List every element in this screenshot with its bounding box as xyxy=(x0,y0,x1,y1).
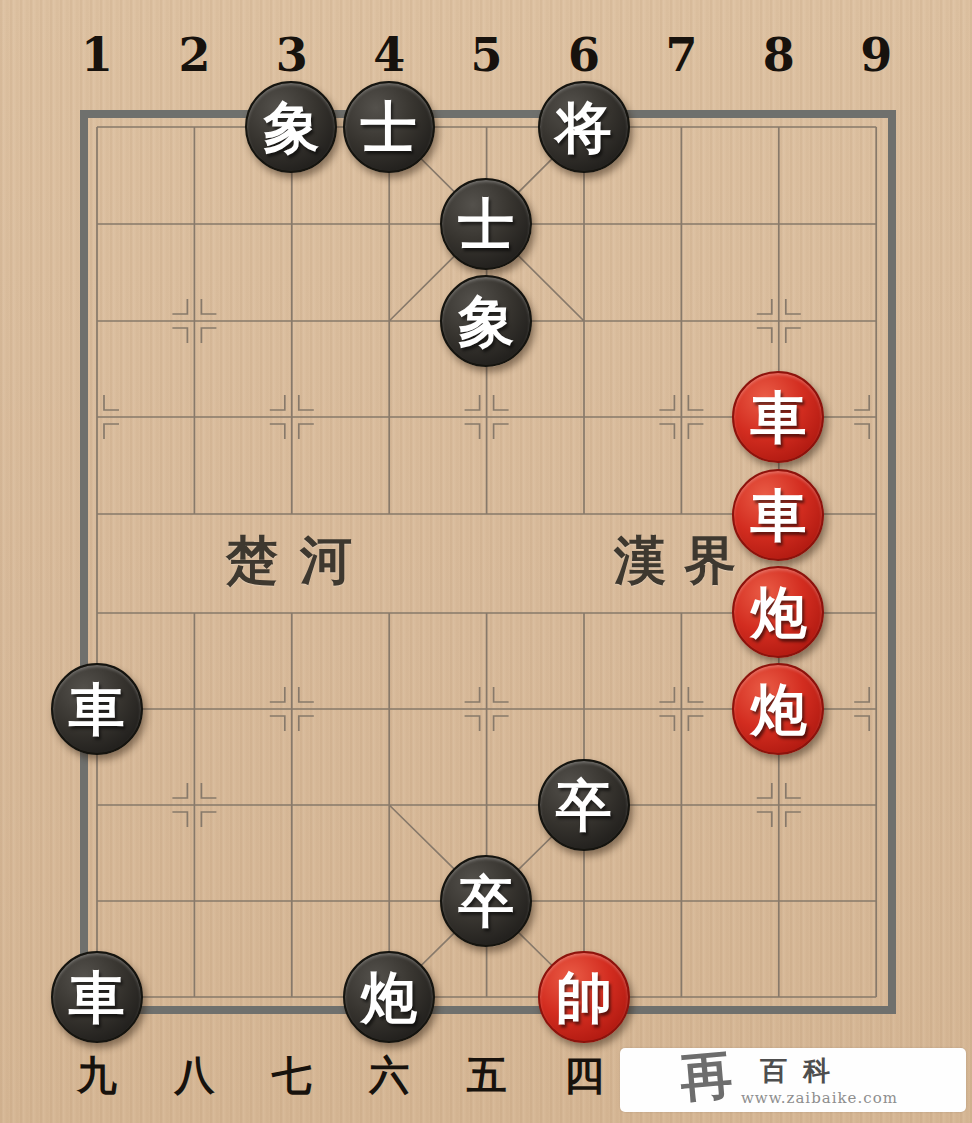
piece-glyph: 士 xyxy=(361,99,417,155)
piece-black-elephant[interactable]: 象 xyxy=(440,275,532,367)
piece-black-soldier[interactable]: 卒 xyxy=(440,855,532,947)
piece-glyph: 象 xyxy=(458,293,514,349)
watermark-title: 百科 xyxy=(760,1057,846,1084)
piece-red-chariot[interactable]: 車 xyxy=(732,371,824,463)
piece-black-soldier[interactable]: 卒 xyxy=(538,759,630,851)
piece-black-cannon[interactable]: 炮 xyxy=(343,951,435,1043)
piece-glyph: 車 xyxy=(69,681,125,737)
watermark-logo: 再 xyxy=(678,1048,734,1104)
piece-black-chariot[interactable]: 車 xyxy=(51,663,143,755)
piece-black-chariot[interactable]: 車 xyxy=(51,951,143,1043)
piece-black-general[interactable]: 将 xyxy=(538,81,630,173)
xiangqi-board-screenshot: 123456789 九八七六五四 楚河漢界 象士将士象車車炮車炮卒卒車炮帥 再 … xyxy=(0,0,972,1123)
piece-red-cannon[interactable]: 炮 xyxy=(732,566,824,658)
watermark-url: www.zaibaike.com xyxy=(741,1091,898,1106)
piece-glyph: 車 xyxy=(69,969,125,1025)
piece-glyph: 象 xyxy=(263,99,319,155)
piece-black-advisor[interactable]: 士 xyxy=(343,81,435,173)
piece-glyph: 帥 xyxy=(556,969,612,1025)
piece-red-general[interactable]: 帥 xyxy=(538,951,630,1043)
piece-glyph: 士 xyxy=(458,196,514,252)
piece-glyph: 卒 xyxy=(458,873,514,929)
piece-glyph: 炮 xyxy=(361,969,417,1025)
piece-black-advisor[interactable]: 士 xyxy=(440,178,532,270)
piece-black-elephant[interactable]: 象 xyxy=(245,81,337,173)
piece-glyph: 将 xyxy=(556,99,612,155)
piece-glyph: 車 xyxy=(750,487,806,543)
piece-red-chariot[interactable]: 車 xyxy=(732,469,824,561)
piece-glyph: 車 xyxy=(750,389,806,445)
board-grid[interactable]: 象士将士象車車炮車炮卒卒車炮帥 xyxy=(48,79,925,1045)
piece-glyph: 炮 xyxy=(750,681,806,737)
watermark-box: 再 百科 www.zaibaike.com xyxy=(620,1048,966,1112)
piece-glyph: 卒 xyxy=(556,777,612,833)
piece-red-cannon[interactable]: 炮 xyxy=(732,663,824,755)
piece-glyph: 炮 xyxy=(750,584,806,640)
